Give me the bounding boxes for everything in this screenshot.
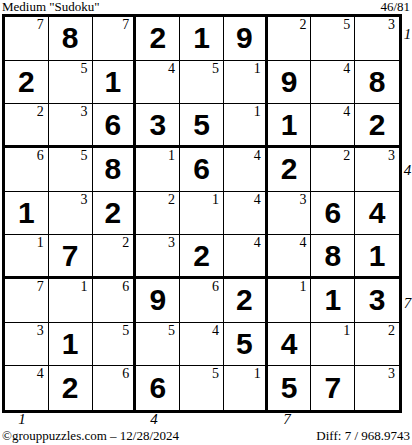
big-digit: 3: [149, 110, 166, 140]
cell-r9c5[interactable]: 5: [180, 366, 224, 410]
cell-r1c2[interactable]: 8: [49, 17, 93, 61]
cell-r6c8[interactable]: 8: [311, 235, 355, 279]
cell-r5c8[interactable]: 6: [311, 192, 355, 236]
pencil-mark: 5: [81, 62, 88, 77]
cell-r8c9[interactable]: 2: [355, 323, 399, 367]
pencil-mark: 3: [388, 18, 395, 33]
cell-r5c7[interactable]: 3: [268, 192, 312, 236]
big-digit: 4: [369, 198, 386, 228]
cell-r9c1[interactable]: 4: [5, 366, 49, 410]
col-label-1: 1: [0, 412, 44, 427]
big-digit: 8: [324, 241, 341, 271]
cell-r6c3[interactable]: 2: [93, 235, 137, 279]
cell-r7c1[interactable]: 7: [5, 279, 49, 323]
cell-r2c6[interactable]: 1: [224, 61, 268, 105]
cell-r2c9[interactable]: 8: [355, 61, 399, 105]
cell-r4c8[interactable]: 2: [311, 148, 355, 192]
pencil-mark: 2: [388, 324, 395, 339]
row-label-4: 4: [403, 162, 412, 178]
cell-r5c3[interactable]: 2: [93, 192, 137, 236]
cell-r1c6[interactable]: 9: [224, 17, 268, 61]
pencil-mark: 6: [122, 367, 129, 382]
cell-r1c7[interactable]: 2: [268, 17, 312, 61]
big-digit: 2: [105, 198, 122, 228]
header-bar: Medium "Sudoku" 46/81: [2, 0, 410, 13]
cell-r5c2[interactable]: 3: [49, 192, 93, 236]
pencil-mark: 3: [168, 236, 175, 251]
pencil-mark: 7: [37, 280, 44, 295]
pencil-mark: 4: [254, 236, 261, 251]
big-digit: 2: [281, 154, 298, 184]
big-digit: 2: [18, 67, 35, 97]
cell-r9c4[interactable]: 6: [136, 366, 180, 410]
big-digit: 9: [281, 67, 298, 97]
pencil-mark: 2: [168, 193, 175, 208]
pencil-mark: 6: [212, 280, 219, 295]
pencil-mark: 4: [254, 149, 261, 164]
pencil-mark: 6: [122, 280, 129, 295]
pencil-mark: 4: [168, 62, 175, 77]
sudoku-grid: 7872192532514519482363511426581642231322…: [2, 14, 402, 413]
big-digit: 3: [369, 285, 386, 315]
cell-r6c7[interactable]: 4: [268, 235, 312, 279]
pencil-mark: 6: [37, 149, 44, 164]
big-digit: 4: [281, 329, 298, 359]
pencil-mark: 1: [212, 193, 219, 208]
cell-r3c1[interactable]: 2: [5, 104, 49, 148]
cell-r3c8[interactable]: 4: [311, 104, 355, 148]
cell-r9c3[interactable]: 6: [93, 366, 137, 410]
big-digit: 6: [324, 198, 341, 228]
pencil-mark: 4: [212, 324, 219, 339]
cell-r9c2[interactable]: 2: [49, 366, 93, 410]
big-digit: 9: [149, 285, 166, 315]
pencil-mark: 2: [37, 105, 44, 120]
pencil-mark: 2: [343, 149, 350, 164]
pencil-mark: 7: [37, 18, 44, 33]
cell-r8c1[interactable]: 3: [5, 323, 49, 367]
cell-r2c8[interactable]: 4: [311, 61, 355, 105]
big-digit: 1: [324, 285, 341, 315]
cell-r6c5[interactable]: 2: [180, 235, 224, 279]
big-digit: 8: [369, 67, 386, 97]
cell-r5c5[interactable]: 1: [180, 192, 224, 236]
big-digit: 5: [193, 110, 210, 140]
cell-r3c2[interactable]: 3: [49, 104, 93, 148]
cell-r2c2[interactable]: 5: [49, 61, 93, 105]
big-digit: 2: [193, 241, 210, 271]
filled-counter: 46/81: [380, 0, 410, 13]
cell-r1c9[interactable]: 3: [355, 17, 399, 61]
cell-r9c9[interactable]: 3: [355, 366, 399, 410]
pencil-mark: 5: [81, 149, 88, 164]
pencil-mark: 3: [37, 324, 44, 339]
cell-r4c5[interactable]: 6: [180, 148, 224, 192]
cell-r4c1[interactable]: 6: [5, 148, 49, 192]
pencil-mark: 5: [212, 367, 219, 382]
row-label-1: 1: [403, 26, 412, 42]
cell-r4c3[interactable]: 8: [93, 148, 137, 192]
big-digit: 1: [369, 241, 386, 271]
pencil-mark: 1: [343, 324, 350, 339]
pencil-mark: 4: [343, 105, 350, 120]
cell-r7c3[interactable]: 6: [93, 279, 137, 323]
cell-r3c5[interactable]: 5: [180, 104, 224, 148]
pencil-mark: 3: [388, 149, 395, 164]
cell-r7c7[interactable]: 1: [268, 279, 312, 323]
pencil-mark: 3: [81, 193, 88, 208]
cell-r1c4[interactable]: 2: [136, 17, 180, 61]
big-digit: 1: [281, 110, 298, 140]
cell-r6c1[interactable]: 1: [5, 235, 49, 279]
cell-r3c9[interactable]: 2: [355, 104, 399, 148]
difficulty: Diff: 7 / 968.9743: [316, 429, 410, 443]
cell-r8c5[interactable]: 4: [180, 323, 224, 367]
cell-r5c1[interactable]: 1: [5, 192, 49, 236]
pencil-mark: 1: [37, 236, 44, 251]
cell-r6c6[interactable]: 4: [224, 235, 268, 279]
cell-r2c5[interactable]: 5: [180, 61, 224, 105]
cell-r1c1[interactable]: 7: [5, 17, 49, 61]
cell-r4c6[interactable]: 4: [224, 148, 268, 192]
big-digit: 8: [62, 23, 79, 53]
pencil-mark: 5: [168, 324, 175, 339]
cell-r7c9[interactable]: 3: [355, 279, 399, 323]
cell-r6c4[interactable]: 3: [136, 235, 180, 279]
big-digit: 2: [236, 285, 253, 315]
cell-r3c3[interactable]: 6: [93, 104, 137, 148]
cell-r3c6[interactable]: 1: [224, 104, 268, 148]
pencil-mark: 2: [122, 236, 129, 251]
pencil-mark: 4: [254, 193, 261, 208]
footer-bar: ©grouppuzzles.com – 12/28/2024 Diff: 7 /…: [2, 429, 410, 444]
cell-r7c6[interactable]: 2: [224, 279, 268, 323]
pencil-mark: 1: [254, 105, 261, 120]
pencil-mark: 5: [343, 18, 350, 33]
cell-r5c9[interactable]: 4: [355, 192, 399, 236]
pencil-mark: 5: [212, 62, 219, 77]
page-title: Medium "Sudoku": [2, 0, 100, 13]
pencil-mark: 3: [299, 193, 306, 208]
pencil-mark: 4: [299, 236, 306, 251]
cell-r8c4[interactable]: 5: [136, 323, 180, 367]
cell-r3c4[interactable]: 3: [136, 104, 180, 148]
cell-r7c5[interactable]: 6: [180, 279, 224, 323]
big-digit: 6: [105, 110, 122, 140]
cell-r6c9[interactable]: 1: [355, 235, 399, 279]
big-digit: 7: [324, 373, 341, 403]
pencil-mark: 1: [299, 280, 306, 295]
cell-r2c7[interactable]: 9: [268, 61, 312, 105]
pencil-mark: 4: [343, 62, 350, 77]
pencil-mark: 3: [81, 105, 88, 120]
cell-r4c9[interactable]: 3: [355, 148, 399, 192]
cell-r1c8[interactable]: 5: [311, 17, 355, 61]
col-label-4: 4: [132, 412, 176, 427]
cell-r9c6[interactable]: 1: [224, 366, 268, 410]
cell-r2c4[interactable]: 4: [136, 61, 180, 105]
big-digit: 6: [149, 373, 166, 403]
cell-r8c7[interactable]: 4: [268, 323, 312, 367]
pencil-mark: 1: [254, 367, 261, 382]
copyright-date: ©grouppuzzles.com – 12/28/2024: [2, 429, 179, 443]
pencil-mark: 7: [122, 18, 129, 33]
cell-r3c7[interactable]: 1: [268, 104, 312, 148]
pencil-mark: 1: [254, 62, 261, 77]
big-digit: 7: [62, 241, 79, 271]
pencil-mark: 5: [122, 324, 129, 339]
big-digit: 1: [193, 23, 210, 53]
pencil-mark: 1: [81, 280, 88, 295]
big-digit: 1: [62, 329, 79, 359]
big-digit: 2: [149, 23, 166, 53]
big-digit: 5: [281, 373, 298, 403]
pencil-mark: 4: [37, 367, 44, 382]
cell-r9c8[interactable]: 7: [311, 366, 355, 410]
cell-r8c3[interactable]: 5: [93, 323, 137, 367]
cell-r1c5[interactable]: 1: [180, 17, 224, 61]
cell-r9c7[interactable]: 5: [268, 366, 312, 410]
pencil-mark: 3: [388, 367, 395, 382]
cell-r4c4[interactable]: 1: [136, 148, 180, 192]
big-digit: 2: [62, 373, 79, 403]
big-digit: 1: [105, 67, 122, 97]
big-digit: 1: [18, 198, 35, 228]
big-digit: 5: [236, 329, 253, 359]
cell-r4c2[interactable]: 5: [49, 148, 93, 192]
cell-r7c8[interactable]: 1: [311, 279, 355, 323]
cell-r8c6[interactable]: 5: [224, 323, 268, 367]
big-digit: 2: [369, 110, 386, 140]
cell-r8c8[interactable]: 1: [311, 323, 355, 367]
pencil-mark: 1: [168, 149, 175, 164]
cell-r8c2[interactable]: 1: [49, 323, 93, 367]
cell-r1c3[interactable]: 7: [93, 17, 137, 61]
cell-r7c2[interactable]: 1: [49, 279, 93, 323]
row-label-7: 7: [403, 295, 412, 311]
cell-r5c6[interactable]: 4: [224, 192, 268, 236]
cell-r6c2[interactable]: 7: [49, 235, 93, 279]
big-digit: 8: [105, 154, 122, 184]
pencil-mark: 2: [299, 18, 306, 33]
cell-r5c4[interactable]: 2: [136, 192, 180, 236]
cell-r7c4[interactable]: 9: [136, 279, 180, 323]
cell-r2c3[interactable]: 1: [93, 61, 137, 105]
col-label-7: 7: [265, 412, 309, 427]
cell-r4c7[interactable]: 2: [268, 148, 312, 192]
big-digit: 6: [193, 154, 210, 184]
cell-r2c1[interactable]: 2: [5, 61, 49, 105]
big-digit: 9: [236, 23, 253, 53]
